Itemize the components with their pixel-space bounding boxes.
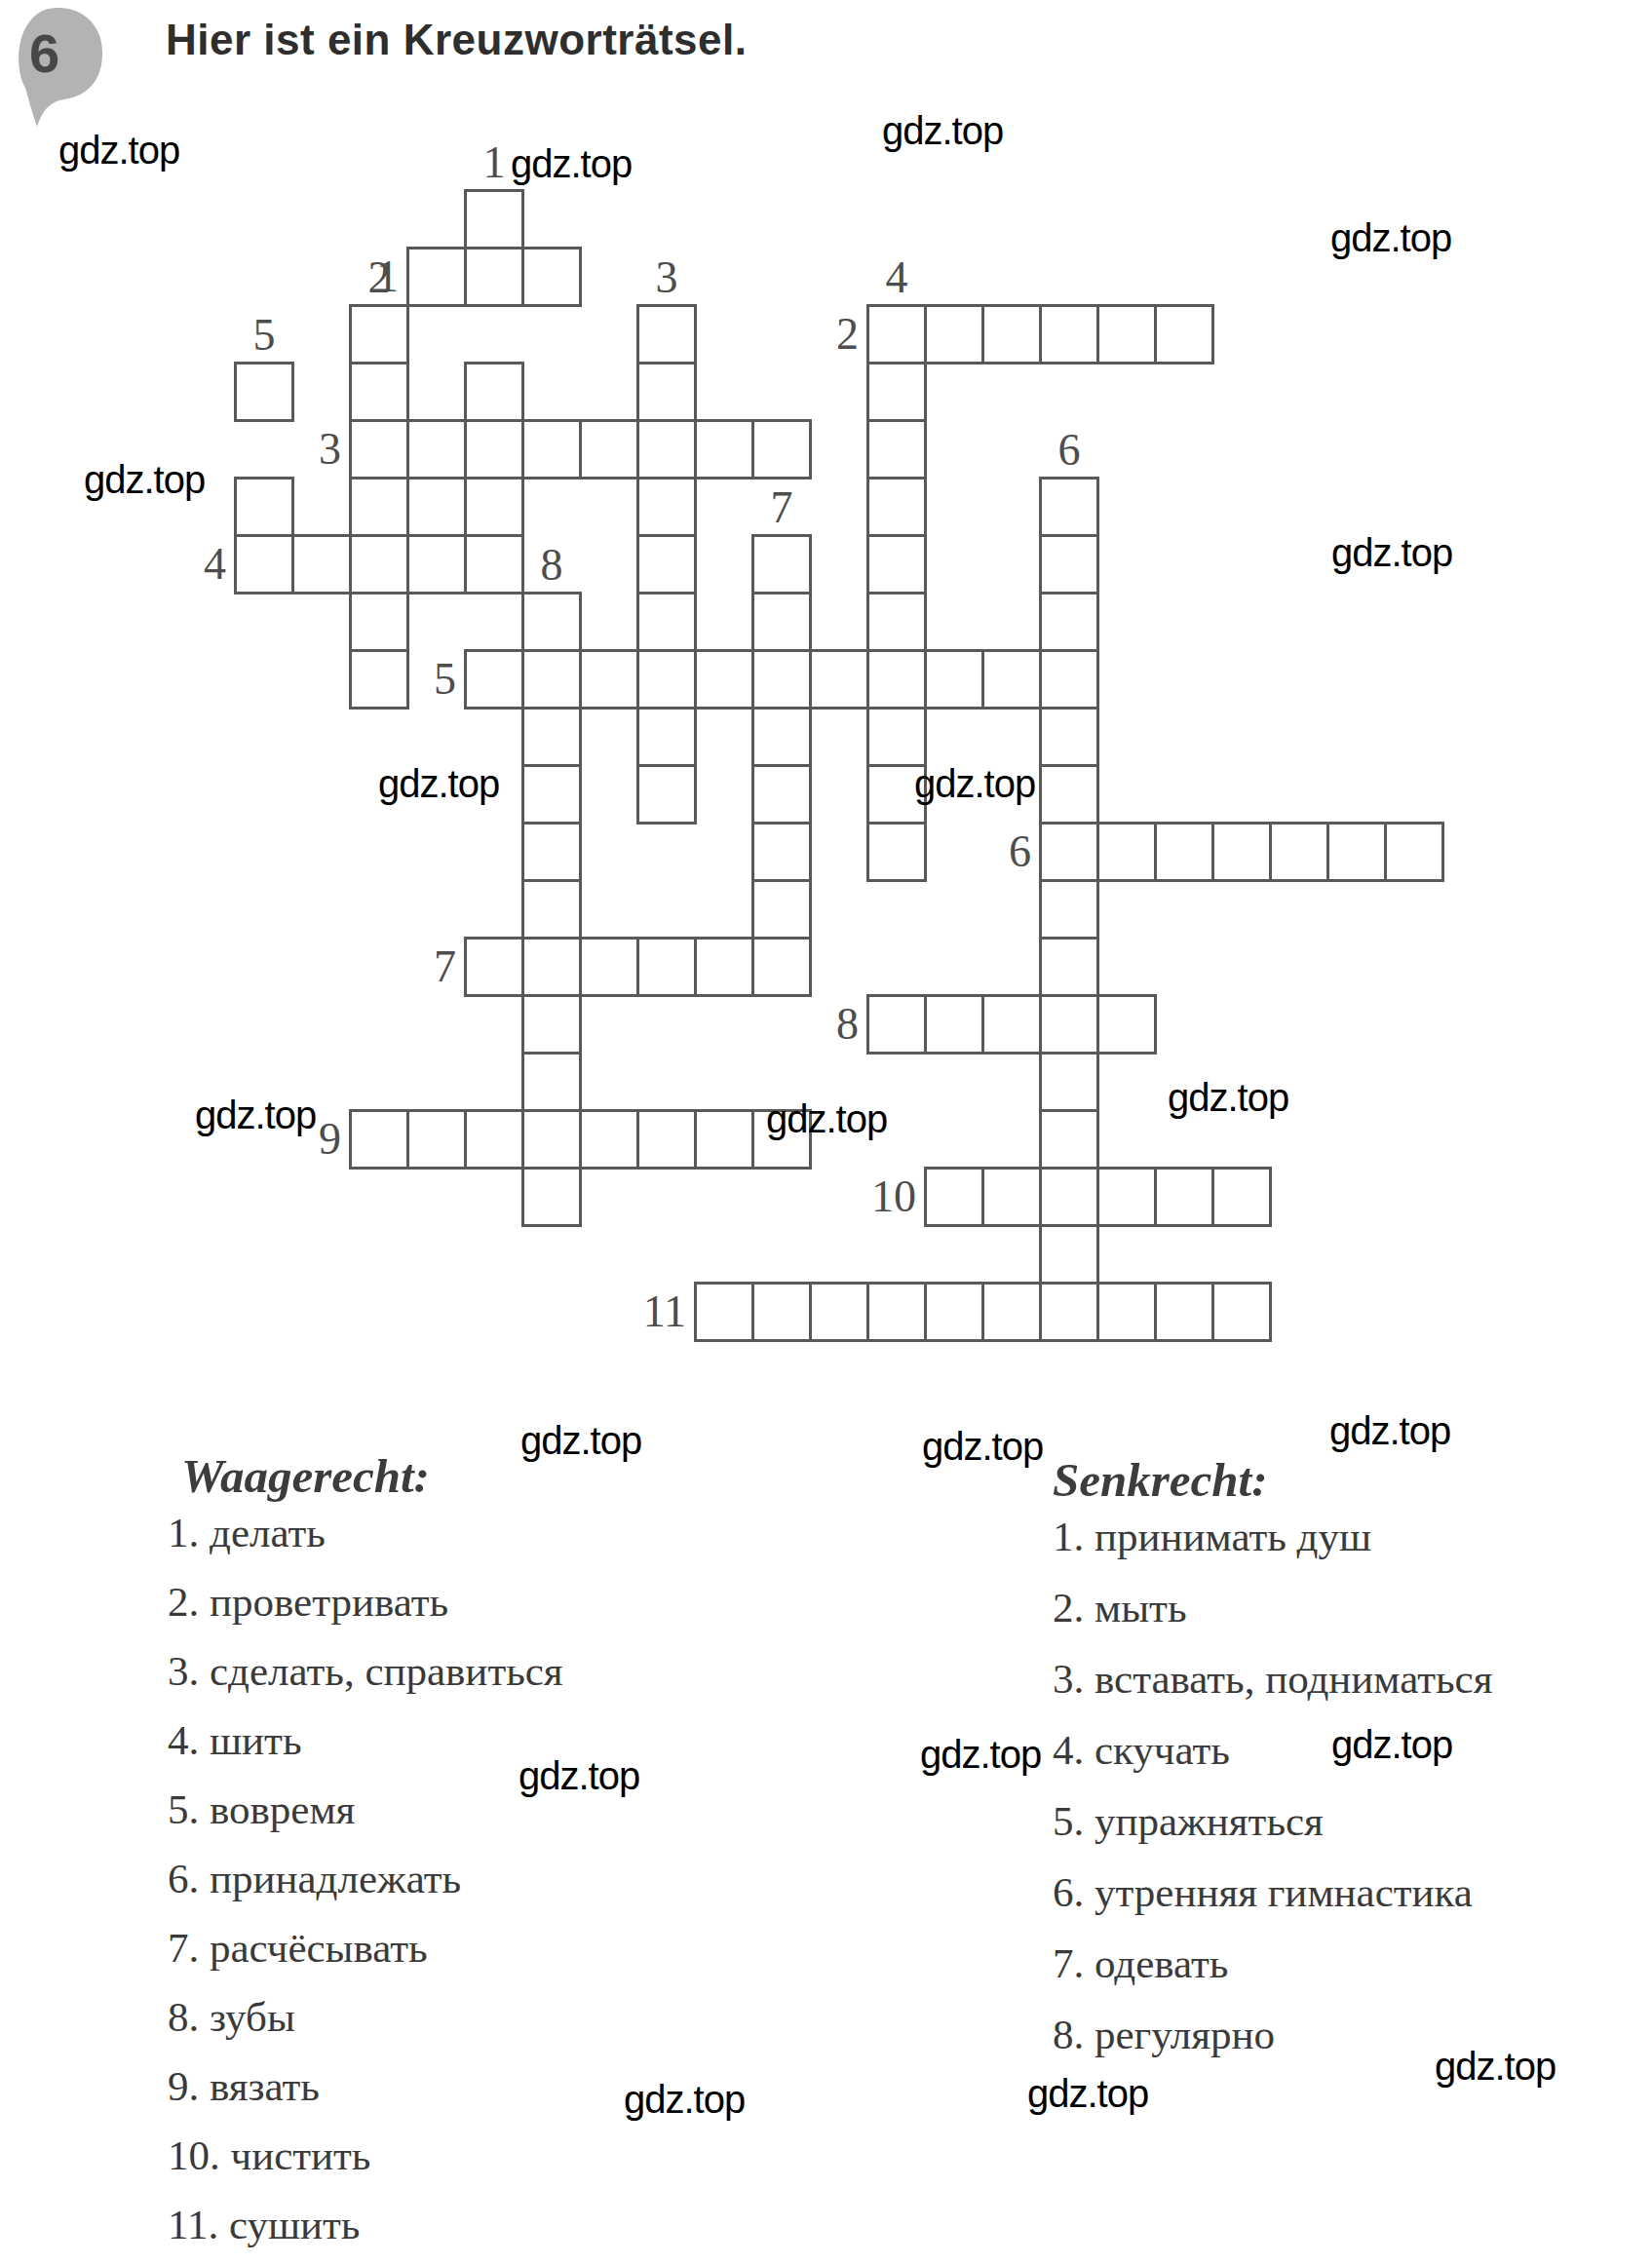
grid-cell[interactable]: [1154, 822, 1214, 882]
grid-cell[interactable]: [464, 477, 524, 537]
grid-cell[interactable]: [1154, 1167, 1214, 1227]
grid-cell[interactable]: [521, 649, 582, 710]
grid-cell[interactable]: [406, 1109, 467, 1170]
grid-cell[interactable]: [464, 534, 524, 595]
grid-cell[interactable]: [521, 592, 582, 652]
grid-cell[interactable]: [636, 534, 697, 595]
grid-cell[interactable]: [636, 477, 697, 537]
exercise-number-blob: [8, 4, 125, 140]
grid-number-across-8: 8: [798, 1002, 859, 1047]
grid-cell[interactable]: [751, 879, 812, 940]
grid-cell[interactable]: [521, 1052, 582, 1112]
grid-cell[interactable]: [464, 362, 524, 422]
grid-cell[interactable]: [1039, 477, 1099, 537]
grid-cell[interactable]: [291, 534, 352, 595]
grid-cell[interactable]: [579, 419, 639, 480]
watermark: gdz.top: [920, 1733, 1041, 1777]
grid-number-across-3: 3: [281, 427, 341, 472]
down-header: Senkrecht:: [1053, 1452, 1268, 1508]
grid-cell[interactable]: [751, 937, 812, 997]
grid-cell[interactable]: [694, 649, 754, 710]
grid-cell[interactable]: [1039, 649, 1099, 710]
grid-cell[interactable]: [981, 1167, 1042, 1227]
grid-cell[interactable]: [521, 419, 582, 480]
across-header: Waagerecht:: [181, 1448, 430, 1504]
grid-cell[interactable]: [1096, 1282, 1157, 1342]
grid-cell[interactable]: [751, 419, 812, 480]
grid-cell[interactable]: [866, 477, 927, 537]
grid-cell[interactable]: [751, 764, 812, 825]
grid-cell[interactable]: [464, 937, 524, 997]
grid-cell[interactable]: [751, 822, 812, 882]
clue-across-1: 1. делать: [168, 1509, 326, 1556]
grid-cell[interactable]: [866, 304, 927, 365]
grid-cell[interactable]: [1039, 937, 1099, 997]
watermark: gdz.top: [882, 109, 1003, 153]
grid-cell[interactable]: [636, 362, 697, 422]
grid-cell[interactable]: [751, 592, 812, 652]
grid-number-down-3: 3: [639, 255, 694, 300]
clue-down-1: 1. принимать душ: [1053, 1513, 1371, 1560]
grid-cell[interactable]: [866, 592, 927, 652]
exercise-number-badge: 6: [29, 21, 59, 85]
grid-cell[interactable]: [751, 707, 812, 767]
watermark: gdz.top: [922, 1425, 1043, 1469]
clue-across-7: 7. расчёсывать: [168, 1924, 428, 1972]
grid-cell[interactable]: [694, 419, 754, 480]
grid-cell[interactable]: [1326, 822, 1387, 882]
grid-number-across-5: 5: [396, 657, 456, 702]
grid-cell[interactable]: [521, 247, 582, 307]
watermark: gdz.top: [520, 1419, 641, 1463]
grid-cell[interactable]: [1211, 1167, 1272, 1227]
grid-number-across-10: 10: [856, 1174, 916, 1219]
grid-cell[interactable]: [579, 937, 639, 997]
watermark: gdz.top: [519, 1754, 639, 1798]
grid-number-down-5: 5: [237, 313, 291, 358]
grid-cell[interactable]: [349, 419, 409, 480]
watermark: gdz.top: [1330, 216, 1451, 260]
grid-number-across-7: 7: [396, 944, 456, 989]
grid-number-across-1: 1: [338, 254, 399, 299]
clue-down-8: 8. регулярно: [1053, 2011, 1275, 2058]
grid-cell[interactable]: [866, 707, 927, 767]
grid-cell[interactable]: [924, 649, 984, 710]
grid-cell[interactable]: [866, 649, 927, 710]
grid-cell[interactable]: [1039, 1224, 1099, 1285]
clue-down-5: 5. упражняться: [1053, 1797, 1324, 1845]
clue-across-10: 10. чистить: [168, 2131, 370, 2179]
grid-cell[interactable]: [981, 304, 1042, 365]
clue-across-4: 4. шить: [168, 1716, 302, 1764]
grid-cell[interactable]: [1039, 994, 1099, 1055]
grid-cell[interactable]: [1039, 304, 1099, 365]
grid-cell[interactable]: [521, 764, 582, 825]
grid-cell[interactable]: [349, 534, 409, 595]
grid-cell[interactable]: [751, 534, 812, 595]
grid-cell[interactable]: [636, 419, 697, 480]
grid-cell[interactable]: [234, 534, 294, 595]
grid-cell[interactable]: [636, 1109, 697, 1170]
grid-cell[interactable]: [636, 707, 697, 767]
watermark: gdz.top: [1027, 2072, 1148, 2116]
grid-cell[interactable]: [1096, 1167, 1157, 1227]
grid-cell[interactable]: [349, 1109, 409, 1170]
grid-cell[interactable]: [464, 189, 524, 249]
grid-cell[interactable]: [866, 1282, 927, 1342]
watermark: gdz.top: [766, 1097, 887, 1141]
grid-cell[interactable]: [464, 247, 524, 307]
page-title: Hier ist ein Kreuzworträtsel.: [166, 16, 747, 64]
watermark: gdz.top: [378, 762, 499, 806]
grid-cell[interactable]: [579, 649, 639, 710]
watermark: gdz.top: [511, 142, 632, 186]
clue-down-2: 2. мыть: [1053, 1584, 1187, 1631]
grid-number-across-6: 6: [971, 829, 1031, 874]
grid-cell[interactable]: [464, 1109, 524, 1170]
grid-cell[interactable]: [521, 1109, 582, 1170]
grid-cell[interactable]: [924, 994, 984, 1055]
grid-cell[interactable]: [751, 649, 812, 710]
clue-across-3: 3. сделать, справиться: [168, 1647, 563, 1695]
watermark: gdz.top: [1435, 2045, 1556, 2089]
grid-cell[interactable]: [809, 649, 869, 710]
grid-cell[interactable]: [521, 879, 582, 940]
grid-cell[interactable]: [1039, 592, 1099, 652]
watermark: gdz.top: [624, 2078, 745, 2122]
grid-cell[interactable]: [464, 649, 524, 710]
grid-number-down-4: 4: [869, 255, 924, 300]
grid-cell[interactable]: [1096, 304, 1157, 365]
grid-cell[interactable]: [1154, 304, 1214, 365]
clue-down-3: 3. вставать, подниматься: [1053, 1655, 1492, 1703]
grid-cell[interactable]: [1039, 822, 1099, 882]
clue-across-8: 8. зубы: [168, 1993, 295, 2041]
grid-cell[interactable]: [406, 247, 467, 307]
grid-number-across-11: 11: [626, 1289, 686, 1334]
grid-cell[interactable]: [349, 592, 409, 652]
grid-cell[interactable]: [636, 764, 697, 825]
clue-down-7: 7. одевать: [1053, 1939, 1228, 1987]
clue-across-5: 5. вовремя: [168, 1785, 355, 1833]
grid-cell[interactable]: [1384, 822, 1444, 882]
grid-cell[interactable]: [349, 362, 409, 422]
grid-cell[interactable]: [521, 994, 582, 1055]
watermark: gdz.top: [1168, 1076, 1288, 1120]
grid-cell[interactable]: [694, 1282, 754, 1342]
grid-number-down-8: 8: [524, 543, 579, 588]
watermark: gdz.top: [914, 762, 1035, 806]
clue-across-9: 9. вязать: [168, 2062, 320, 2110]
grid-cell[interactable]: [981, 649, 1042, 710]
grid-cell[interactable]: [924, 1167, 984, 1227]
grid-cell[interactable]: [1039, 1167, 1099, 1227]
grid-cell[interactable]: [406, 419, 467, 480]
grid-cell[interactable]: [1211, 822, 1272, 882]
grid-number-across-4: 4: [166, 542, 226, 587]
grid-cell[interactable]: [349, 477, 409, 537]
grid-cell[interactable]: [694, 937, 754, 997]
clue-down-4: 4. скучать: [1053, 1726, 1230, 1774]
grid-cell[interactable]: [1039, 1109, 1099, 1170]
watermark: gdz.top: [195, 1094, 316, 1137]
grid-number-down-6: 6: [1042, 428, 1096, 473]
watermark: gdz.top: [1331, 1723, 1452, 1767]
watermark: gdz.top: [1331, 531, 1452, 575]
grid-cell[interactable]: [521, 1167, 582, 1227]
clue-down-6: 6. утренняя гимнастика: [1053, 1868, 1473, 1916]
grid-cell[interactable]: [981, 1282, 1042, 1342]
grid-cell[interactable]: [521, 822, 582, 882]
grid-cell[interactable]: [1039, 764, 1099, 825]
grid-cell[interactable]: [636, 937, 697, 997]
grid-cell[interactable]: [866, 419, 927, 480]
grid-cell[interactable]: [1039, 1282, 1099, 1342]
clue-across-6: 6. принадлежать: [168, 1855, 461, 1902]
grid-cell[interactable]: [1039, 879, 1099, 940]
worksheet-page: { "game": "crossword (Kreuzwortraetsel, …: [0, 0, 1652, 2264]
grid-cell[interactable]: [866, 534, 927, 595]
grid-number-down-7: 7: [754, 485, 809, 530]
grid-cell[interactable]: [1096, 994, 1157, 1055]
grid-cell[interactable]: [924, 304, 984, 365]
grid-cell[interactable]: [751, 1282, 812, 1342]
grid-cell[interactable]: [809, 1282, 869, 1342]
watermark: gdz.top: [84, 458, 205, 502]
watermark: gdz.top: [1329, 1409, 1450, 1453]
grid-cell[interactable]: [1039, 1052, 1099, 1112]
grid-cell[interactable]: [234, 477, 294, 537]
grid-number-across-2: 2: [798, 312, 859, 357]
grid-cell[interactable]: [464, 419, 524, 480]
grid-cell[interactable]: [406, 534, 467, 595]
grid-cell[interactable]: [1211, 1282, 1272, 1342]
grid-cell[interactable]: [866, 822, 927, 882]
grid-cell[interactable]: [636, 592, 697, 652]
grid-cell[interactable]: [1039, 707, 1099, 767]
watermark: gdz.top: [58, 129, 179, 173]
grid-cell[interactable]: [234, 362, 294, 422]
grid-cell[interactable]: [866, 994, 927, 1055]
grid-cell[interactable]: [924, 1282, 984, 1342]
clue-across-11: 11. сушить: [168, 2201, 360, 2248]
grid-cell[interactable]: [1039, 534, 1099, 595]
grid-cell[interactable]: [1154, 1282, 1214, 1342]
grid-cell[interactable]: [1096, 822, 1157, 882]
grid-cell[interactable]: [694, 1109, 754, 1170]
grid-cell[interactable]: [636, 649, 697, 710]
grid-cell[interactable]: [866, 362, 927, 422]
grid-cell[interactable]: [636, 304, 697, 365]
grid-cell[interactable]: [521, 937, 582, 997]
clue-across-2: 2. проветривать: [168, 1578, 448, 1626]
grid-cell[interactable]: [1269, 822, 1329, 882]
grid-cell[interactable]: [981, 994, 1042, 1055]
grid-cell[interactable]: [521, 707, 582, 767]
grid-cell[interactable]: [579, 1109, 639, 1170]
grid-cell[interactable]: [349, 304, 409, 365]
